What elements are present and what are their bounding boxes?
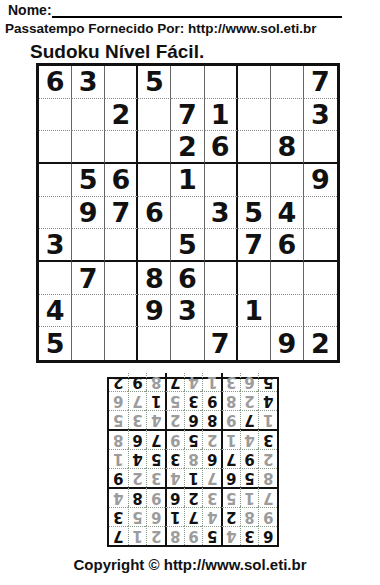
puzzle-cell-r6c7: 7 xyxy=(238,229,271,262)
solution-cell-r7c5: 6 xyxy=(184,410,203,429)
solution-cell-r5c2: 9 xyxy=(240,449,259,468)
solution-cell-r2c5: 7 xyxy=(184,507,203,526)
provider-line: Passatempo Fornecido Por: http://www.sol… xyxy=(5,21,317,36)
puzzle-cell-r7c6 xyxy=(205,262,238,295)
puzzle-cell-r5c1 xyxy=(39,197,72,230)
puzzle-cell-r2c9: 3 xyxy=(304,99,337,132)
puzzle-cell-r5c9 xyxy=(304,197,337,230)
puzzle-cell-r5c5 xyxy=(171,197,204,230)
solution-cell-r1c3: 4 xyxy=(221,526,240,545)
puzzle-cell-r5c3: 7 xyxy=(105,197,138,230)
puzzle-cell-r8c3 xyxy=(105,295,138,328)
puzzle-cell-r5c8: 4 xyxy=(271,197,304,230)
solution-cell-r5c1: 2 xyxy=(258,449,277,468)
puzzle-cell-r6c8: 6 xyxy=(271,229,304,262)
sudoku-solution-board-upside-down: 6345982179824716537153269848567143292976… xyxy=(107,377,279,547)
puzzle-cell-r9c5 xyxy=(171,327,204,360)
solution-cell-r2c1: 9 xyxy=(258,507,277,526)
puzzle-cell-r4c2: 5 xyxy=(72,164,105,197)
solution-cell-r7c7: 4 xyxy=(146,410,165,429)
puzzle-cell-r4c7 xyxy=(238,164,271,197)
solution-cell-r4c8: 2 xyxy=(128,468,147,487)
puzzle-cell-r7c3 xyxy=(105,262,138,295)
puzzle-cell-r2c5: 7 xyxy=(171,99,204,132)
puzzle-cell-r2c4 xyxy=(138,99,171,132)
solution-cell-r1c2: 3 xyxy=(240,526,259,545)
puzzle-cell-r1c7 xyxy=(238,66,271,99)
solution-cell-r6c3: 1 xyxy=(221,429,240,449)
solution-cell-r5c9: 1 xyxy=(109,449,128,468)
solution-cell-r4c5: 1 xyxy=(184,468,203,487)
puzzle-cell-r5c7: 5 xyxy=(238,197,271,230)
solution-cell-r9c8: 9 xyxy=(128,373,147,391)
puzzle-cell-r9c3 xyxy=(105,327,138,360)
solution-cell-r9c6: 7 xyxy=(165,373,184,391)
puzzle-cell-r9c4 xyxy=(138,327,171,360)
solution-cell-r3c6: 6 xyxy=(165,487,184,507)
solution-cell-r1c7: 2 xyxy=(146,526,165,545)
solution-cell-r4c9: 9 xyxy=(109,468,128,487)
puzzle-cell-r1c2: 3 xyxy=(72,66,105,99)
solution-cell-r8c9: 6 xyxy=(109,391,128,410)
puzzle-cell-r4c1 xyxy=(39,164,72,197)
puzzle-cell-r6c4 xyxy=(138,229,171,262)
solution-cell-r5c6: 3 xyxy=(165,449,184,468)
puzzle-cell-r6c1: 3 xyxy=(39,229,72,262)
puzzle-cell-r2c1 xyxy=(39,99,72,132)
puzzle-cell-r3c6: 6 xyxy=(205,131,238,164)
solution-cell-r9c4: 1 xyxy=(202,373,221,391)
puzzle-cell-r9c6: 7 xyxy=(205,327,238,360)
solution-cell-r6c6: 9 xyxy=(165,429,184,449)
puzzle-cell-r3c3 xyxy=(105,131,138,164)
solution-cell-r4c6: 4 xyxy=(165,468,184,487)
puzzle-cell-r1c4: 5 xyxy=(138,66,171,99)
puzzle-cell-r1c9: 7 xyxy=(304,66,337,99)
name-blank-line xyxy=(52,3,342,18)
solution-cell-r5c8: 4 xyxy=(128,449,147,468)
solution-cell-r2c2: 8 xyxy=(240,507,259,526)
puzzle-cell-r1c6 xyxy=(205,66,238,99)
puzzle-cell-r2c3: 2 xyxy=(105,99,138,132)
puzzle-cell-r7c8 xyxy=(271,262,304,295)
solution-cell-r7c4: 8 xyxy=(202,410,221,429)
puzzle-cell-r6c2 xyxy=(72,229,105,262)
solution-cell-r1c8: 1 xyxy=(128,526,147,545)
solution-cell-r1c4: 5 xyxy=(202,526,221,545)
puzzle-cell-r9c2 xyxy=(72,327,105,360)
puzzle-cell-r3c9 xyxy=(304,131,337,164)
solution-cell-r7c2: 7 xyxy=(240,410,259,429)
puzzle-cell-r6c9 xyxy=(304,229,337,262)
puzzle-cell-r4c5: 1 xyxy=(171,164,204,197)
puzzle-cell-r9c7 xyxy=(238,327,271,360)
solution-cell-r6c5: 5 xyxy=(184,429,203,449)
solution-cell-r2c4: 4 xyxy=(202,507,221,526)
puzzle-cell-r1c3 xyxy=(105,66,138,99)
solution-cell-r8c2: 2 xyxy=(240,391,259,410)
solution-cell-r9c1: 5 xyxy=(258,373,277,391)
solution-cell-r2c7: 6 xyxy=(146,507,165,526)
solution-cell-r9c7: 8 xyxy=(146,373,165,391)
solution-cell-r5c5: 8 xyxy=(184,449,203,468)
solution-cell-r4c7: 3 xyxy=(146,468,165,487)
puzzle-cell-r2c7 xyxy=(238,99,271,132)
puzzle-cell-r2c8 xyxy=(271,99,304,132)
solution-cell-r8c4: 9 xyxy=(202,391,221,410)
solution-cell-r6c9: 8 xyxy=(109,429,128,449)
solution-cell-r4c2: 5 xyxy=(240,468,259,487)
solution-cell-r9c5: 4 xyxy=(184,373,203,391)
solution-cell-r8c5: 3 xyxy=(184,391,203,410)
puzzle-cell-r4c6 xyxy=(205,164,238,197)
solution-cell-r6c1: 3 xyxy=(258,429,277,449)
puzzle-cell-r2c2 xyxy=(72,99,105,132)
puzzle-cell-r3c7 xyxy=(238,131,271,164)
puzzle-cell-r8c6 xyxy=(205,295,238,328)
copyright-line: Copyright © http://www.sol.eti.br xyxy=(0,556,380,573)
solution-cell-r8c1: 4 xyxy=(258,391,277,410)
solution-cell-r2c3: 2 xyxy=(221,507,240,526)
puzzle-cell-r5c2: 9 xyxy=(72,197,105,230)
puzzle-cell-r9c8: 9 xyxy=(271,327,304,360)
puzzle-cell-r7c9 xyxy=(304,262,337,295)
solution-cell-r1c6: 8 xyxy=(165,526,184,545)
puzzle-cell-r7c5: 6 xyxy=(171,262,204,295)
solution-cell-r7c6: 2 xyxy=(165,410,184,429)
solution-cell-r5c4: 6 xyxy=(202,449,221,468)
puzzle-cell-r5c4: 6 xyxy=(138,197,171,230)
puzzle-cell-r5c6: 3 xyxy=(205,197,238,230)
solution-cell-r1c9: 7 xyxy=(109,526,128,545)
solution-cell-r4c3: 6 xyxy=(221,468,240,487)
solution-cell-r4c4: 7 xyxy=(202,468,221,487)
puzzle-cell-r7c2: 7 xyxy=(72,262,105,295)
puzzle-cell-r1c8 xyxy=(271,66,304,99)
puzzle-cell-r9c9: 2 xyxy=(304,327,337,360)
solution-cell-r3c1: 7 xyxy=(258,487,277,507)
puzzle-cell-r1c1: 6 xyxy=(39,66,72,99)
puzzle-cell-r9c1: 5 xyxy=(39,327,72,360)
name-row: Nome: xyxy=(8,2,342,18)
puzzle-cell-r7c7 xyxy=(238,262,271,295)
solution-cell-r7c9: 5 xyxy=(109,410,128,429)
puzzle-cell-r3c5: 2 xyxy=(171,131,204,164)
solution-cell-r3c5: 2 xyxy=(184,487,203,507)
puzzle-cell-r6c5: 5 xyxy=(171,229,204,262)
puzzle-cell-r1c5 xyxy=(171,66,204,99)
puzzle-cell-r8c4: 9 xyxy=(138,295,171,328)
puzzle-cell-r3c8: 8 xyxy=(271,131,304,164)
solution-cell-r8c3: 8 xyxy=(221,391,240,410)
solution-cell-r6c4: 2 xyxy=(202,429,221,449)
solution-cell-r2c9: 3 xyxy=(109,507,128,526)
solution-cell-r2c6: 1 xyxy=(165,507,184,526)
solution-cell-r6c8: 6 xyxy=(128,429,147,449)
solution-cell-r3c9: 4 xyxy=(109,487,128,507)
puzzle-cell-r8c2 xyxy=(72,295,105,328)
solution-cell-r9c3: 3 xyxy=(221,373,240,391)
solution-cell-r6c2: 4 xyxy=(240,429,259,449)
puzzle-cell-r6c3 xyxy=(105,229,138,262)
solution-cell-r7c3: 9 xyxy=(221,410,240,429)
solution-cell-r7c8: 3 xyxy=(128,410,147,429)
solution-cell-r1c1: 6 xyxy=(258,526,277,545)
name-label: Nome: xyxy=(8,2,52,18)
puzzle-cell-r8c5: 3 xyxy=(171,295,204,328)
puzzle-cell-r4c4 xyxy=(138,164,171,197)
solution-cell-r3c3: 5 xyxy=(221,487,240,507)
puzzle-cell-r6c6 xyxy=(205,229,238,262)
puzzle-cell-r2c6: 1 xyxy=(205,99,238,132)
puzzle-cell-r3c4 xyxy=(138,131,171,164)
solution-cell-r3c7: 9 xyxy=(146,487,165,507)
solution-cell-r7c1: 1 xyxy=(258,410,277,429)
solution-cell-r2c8: 5 xyxy=(128,507,147,526)
solution-cell-r5c7: 5 xyxy=(146,449,165,468)
solution-cell-r3c4: 3 xyxy=(202,487,221,507)
puzzle-cell-r7c4: 8 xyxy=(138,262,171,295)
puzzle-cell-r3c1 xyxy=(39,131,72,164)
solution-cell-r6c7: 7 xyxy=(146,429,165,449)
solution-cell-r1c5: 9 xyxy=(184,526,203,545)
puzzle-cell-r4c3: 6 xyxy=(105,164,138,197)
solution-cell-r3c8: 8 xyxy=(128,487,147,507)
solution-cell-r4c1: 8 xyxy=(258,468,277,487)
puzzle-cell-r3c2 xyxy=(72,131,105,164)
page-title: Sudoku Nível Fácil. xyxy=(30,41,204,63)
puzzle-cell-r4c8 xyxy=(271,164,304,197)
solution-cell-r8c7: 1 xyxy=(146,391,165,410)
puzzle-cell-r8c1: 4 xyxy=(39,295,72,328)
puzzle-cell-r8c7: 1 xyxy=(238,295,271,328)
puzzle-cell-r8c9 xyxy=(304,295,337,328)
solution-cell-r5c3: 7 xyxy=(221,449,240,468)
puzzle-cell-r8c8 xyxy=(271,295,304,328)
solution-cell-r9c2: 6 xyxy=(240,373,259,391)
solution-cell-r8c8: 7 xyxy=(128,391,147,410)
solution-cell-r9c9: 2 xyxy=(109,373,128,391)
puzzle-cell-r7c1 xyxy=(39,262,72,295)
sudoku-board: 635727132685619976354357678649315792 xyxy=(36,63,340,363)
puzzle-cell-r4c9: 9 xyxy=(304,164,337,197)
solution-cell-r3c2: 1 xyxy=(240,487,259,507)
solution-cell-r8c6: 5 xyxy=(165,391,184,410)
